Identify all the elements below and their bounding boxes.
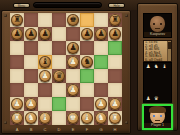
black-knight[interactable]: ♞ [81, 56, 93, 68]
square-a3[interactable] [10, 83, 24, 97]
move-list[interactable]: 1. c4 e62. e3 d53. d4 Nf64. e5 Ne45. Nf3… [143, 40, 172, 62]
player-face-icon [150, 108, 165, 124]
captured-pieces-area: ♟ ♞ ♝ ♟ ♛ [143, 62, 172, 103]
title-bar-slot [33, 2, 102, 8]
white-rook[interactable]: ♜ [11, 112, 23, 124]
white-rook-glyph: ♜ [11, 112, 23, 124]
square-c4[interactable]: ♟ [38, 69, 52, 83]
square-f2[interactable] [80, 97, 94, 111]
board-frame: ♜♚♜♟♟♟♟♟♟♟♝♟♞♟♛♟♟♟♟♟♜♞♝♚♝♞♜ ABCDEFGH [1, 10, 131, 134]
square-b8[interactable] [24, 13, 38, 27]
black-king[interactable]: ♚ [67, 14, 79, 26]
white-bishop-glyph: ♝ [81, 112, 93, 124]
square-b1[interactable]: ♞ [24, 111, 38, 125]
white-pawn-glyph: ♟ [11, 98, 23, 110]
white-pawn[interactable]: ♟ [67, 84, 79, 96]
square-g1[interactable]: ♞ [94, 111, 108, 125]
black-pawn[interactable]: ♟ [11, 28, 23, 40]
white-king-glyph: ♚ [67, 112, 79, 124]
white-pawn[interactable]: ♟ [11, 98, 23, 110]
black-bishop[interactable]: ♝ [39, 56, 51, 68]
square-d5[interactable] [52, 55, 66, 69]
square-g7[interactable]: ♟ [94, 27, 108, 41]
square-a7[interactable]: ♟ [10, 27, 24, 41]
square-c8[interactable] [38, 13, 52, 27]
square-h1[interactable]: ♜ [108, 111, 122, 125]
white-pawn[interactable]: ♟ [95, 98, 107, 110]
white-bishop[interactable]: ♝ [39, 112, 51, 124]
opponent-name: Kasparov [144, 32, 171, 37]
eye-icon [160, 23, 162, 25]
square-g2[interactable]: ♟ [94, 97, 108, 111]
file-labels: ABCDEFGH [10, 126, 122, 134]
square-b7[interactable]: ♟ [24, 27, 38, 41]
white-pawn[interactable]: ♟ [25, 98, 37, 110]
white-pawn-glyph: ♟ [67, 84, 79, 96]
screw-icon [125, 121, 128, 124]
square-g3[interactable] [94, 83, 108, 97]
white-pawn-glyph: ♟ [39, 70, 51, 82]
white-pawn[interactable]: ♟ [67, 56, 79, 68]
black-pawn[interactable]: ♟ [109, 28, 121, 40]
white-knight-glyph: ♞ [25, 112, 37, 124]
square-d4[interactable]: ♛ [52, 69, 66, 83]
file-label-b: B [24, 126, 38, 134]
file-label-e: E [66, 126, 80, 134]
white-king[interactable]: ♚ [67, 112, 79, 124]
square-d1[interactable] [52, 111, 66, 125]
square-e7[interactable] [66, 27, 80, 41]
black-rook-glyph: ♜ [11, 14, 23, 26]
hair-icon [149, 106, 166, 113]
square-c3[interactable] [38, 83, 52, 97]
scrollbar-thumb[interactable] [168, 42, 171, 49]
menu-button[interactable]: Menu [13, 3, 30, 8]
black-queen-glyph: ♛ [53, 70, 65, 82]
black-pawn-glyph: ♟ [81, 28, 93, 40]
mouth-icon [155, 120, 160, 121]
white-pawn-glyph: ♟ [95, 98, 107, 110]
white-pawn-glyph: ♟ [67, 56, 79, 68]
white-pawn[interactable]: ♟ [109, 98, 121, 110]
mouth-icon [155, 28, 160, 29]
square-h6[interactable] [108, 41, 122, 55]
screw-icon [4, 121, 7, 124]
square-e5[interactable]: ♟ [66, 55, 80, 69]
square-g8[interactable] [94, 13, 108, 27]
white-knight[interactable]: ♞ [95, 112, 107, 124]
square-b3[interactable] [24, 83, 38, 97]
file-label-g: G [94, 126, 108, 134]
square-a4[interactable] [10, 69, 24, 83]
square-f5[interactable]: ♞ [80, 55, 94, 69]
square-d7[interactable] [52, 27, 66, 41]
black-knight-glyph: ♞ [81, 56, 93, 68]
square-h4[interactable] [108, 69, 122, 83]
square-g5[interactable] [94, 55, 108, 69]
square-f1[interactable]: ♝ [80, 111, 94, 125]
square-b5[interactable] [24, 55, 38, 69]
file-label-c: C [38, 126, 52, 134]
black-pawn[interactable]: ♟ [81, 28, 93, 40]
square-b2[interactable]: ♟ [24, 97, 38, 111]
square-a2[interactable]: ♟ [10, 97, 24, 111]
black-rook[interactable]: ♜ [11, 14, 23, 26]
square-d6[interactable] [52, 41, 66, 55]
square-e4[interactable] [66, 69, 80, 83]
file-label-h: H [108, 126, 122, 134]
black-pawn-glyph: ♟ [109, 28, 121, 40]
black-pawn-glyph: ♟ [39, 28, 51, 40]
player-name: Player 1 [144, 123, 171, 128]
player-avatar-active: Player 1 [142, 104, 173, 130]
side-panel: Kasparov 1. c4 e62. e3 d53. d4 Nf64. e5 … [137, 3, 178, 131]
square-c2[interactable] [38, 97, 52, 111]
eye-icon [160, 115, 162, 117]
square-e8[interactable]: ♚ [66, 13, 80, 27]
chess-board[interactable]: ♜♚♜♟♟♟♟♟♟♟♝♟♞♟♛♟♟♟♟♟♜♞♝♚♝♞♜ [10, 13, 122, 125]
screw-icon [125, 14, 128, 17]
square-f7[interactable]: ♟ [80, 27, 94, 41]
black-pawn-glyph: ♟ [95, 28, 107, 40]
square-f8[interactable] [80, 13, 94, 27]
opponent-face-icon [150, 16, 165, 32]
square-d3[interactable] [52, 83, 66, 97]
square-h7[interactable]: ♟ [108, 27, 122, 41]
black-rook-glyph: ♜ [109, 14, 121, 26]
square-g4[interactable] [94, 69, 108, 83]
square-a6[interactable] [10, 41, 24, 55]
square-d2[interactable] [52, 97, 66, 111]
black-pawn-glyph: ♟ [67, 42, 79, 54]
square-c1[interactable]: ♝ [38, 111, 52, 125]
captured-by-black-tray: ♟ ♛ [145, 95, 170, 102]
square-d8[interactable] [52, 13, 66, 27]
black-pawn-glyph: ♟ [25, 28, 37, 40]
black-bishop-glyph: ♝ [39, 56, 51, 68]
square-f4[interactable] [80, 69, 94, 83]
black-pawn-glyph: ♟ [11, 28, 23, 40]
eye-icon [153, 115, 155, 117]
square-f6[interactable] [80, 41, 94, 55]
move-list-scrollbar[interactable] [167, 41, 171, 61]
square-h5[interactable] [108, 55, 122, 69]
square-h8[interactable]: ♜ [108, 13, 122, 27]
square-c5[interactable]: ♝ [38, 55, 52, 69]
black-pawn[interactable]: ♟ [39, 28, 51, 40]
black-pawn[interactable]: ♟ [95, 28, 107, 40]
square-f3[interactable] [80, 83, 94, 97]
eye-icon [153, 23, 155, 25]
square-h2[interactable]: ♟ [108, 97, 122, 111]
white-pawn-glyph: ♟ [109, 98, 121, 110]
white-knight-glyph: ♞ [95, 112, 107, 124]
square-g6[interactable] [94, 41, 108, 55]
black-pawn[interactable]: ♟ [67, 42, 79, 54]
white-bishop-glyph: ♝ [39, 112, 51, 124]
help-button[interactable]: Help [108, 3, 125, 8]
file-label-d: D [52, 126, 66, 134]
black-queen[interactable]: ♛ [53, 70, 65, 82]
square-a1[interactable]: ♜ [10, 111, 24, 125]
captured-by-white-tray: ♟ ♞ ♝ [145, 63, 170, 70]
opponent-avatar: Kasparov [143, 13, 172, 38]
square-c6[interactable] [38, 41, 52, 55]
black-king-glyph: ♚ [67, 14, 79, 26]
square-h3[interactable] [108, 83, 122, 97]
black-pawn[interactable]: ♟ [25, 28, 37, 40]
square-e6[interactable]: ♟ [66, 41, 80, 55]
square-e2[interactable] [66, 97, 80, 111]
square-c7[interactable]: ♟ [38, 27, 52, 41]
screw-icon [4, 14, 7, 17]
white-rook[interactable]: ♜ [109, 112, 121, 124]
square-a8[interactable]: ♜ [10, 13, 24, 27]
square-e1[interactable]: ♚ [66, 111, 80, 125]
white-bishop[interactable]: ♝ [81, 112, 93, 124]
square-e3[interactable]: ♟ [66, 83, 80, 97]
white-pawn-glyph: ♟ [25, 98, 37, 110]
white-rook-glyph: ♜ [109, 112, 121, 124]
file-label-f: F [80, 126, 94, 134]
square-b4[interactable] [24, 69, 38, 83]
black-rook[interactable]: ♜ [109, 14, 121, 26]
square-b6[interactable] [24, 41, 38, 55]
white-pawn[interactable]: ♟ [39, 70, 51, 82]
white-knight[interactable]: ♞ [25, 112, 37, 124]
file-label-a: A [10, 126, 24, 134]
square-a5[interactable] [10, 55, 24, 69]
